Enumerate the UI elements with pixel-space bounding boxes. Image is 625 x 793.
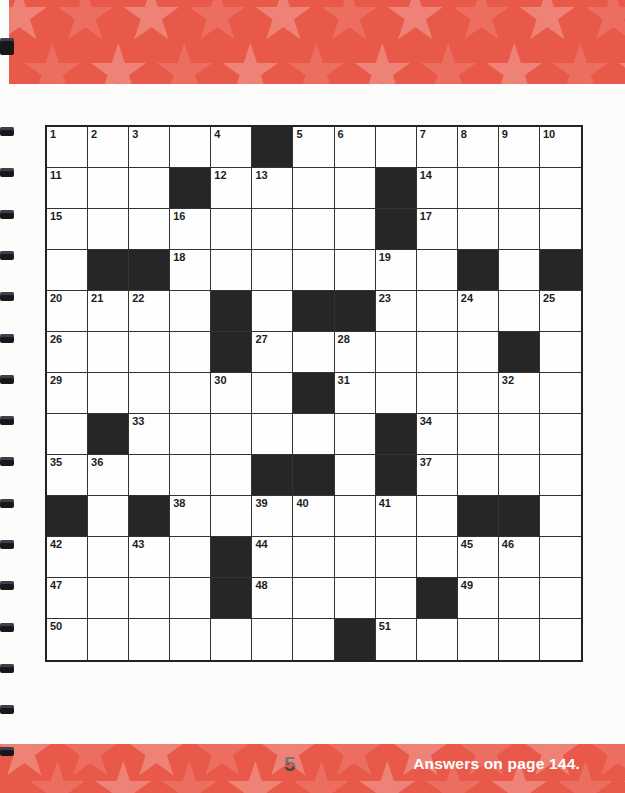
cell-number: 29 xyxy=(50,374,62,386)
cell-number: 30 xyxy=(214,374,226,386)
grid-cell[interactable] xyxy=(499,168,540,209)
grid-cell[interactable] xyxy=(129,578,170,619)
spiral-binding-mark xyxy=(0,334,14,343)
grid-cell[interactable]: 50 xyxy=(47,619,88,660)
grid-cell[interactable] xyxy=(458,619,499,660)
cell-number: 3 xyxy=(132,128,138,140)
grid-cell[interactable]: 30 xyxy=(211,373,252,414)
grid-cell[interactable]: 5 xyxy=(293,127,334,168)
grid-cell[interactable]: 43 xyxy=(129,537,170,578)
grid-cell[interactable] xyxy=(458,455,499,496)
grid-cell[interactable] xyxy=(293,168,334,209)
cell-number: 26 xyxy=(50,333,62,345)
cell-number: 25 xyxy=(543,292,555,304)
grid-cell[interactable]: 28 xyxy=(335,332,376,373)
grid-cell[interactable] xyxy=(293,537,334,578)
grid-cell[interactable] xyxy=(88,578,129,619)
cell-number: 38 xyxy=(173,497,185,509)
grid-cell[interactable] xyxy=(335,209,376,250)
grid-cell[interactable] xyxy=(170,127,211,168)
grid-cell-black xyxy=(293,373,334,414)
cell-number: 50 xyxy=(50,620,62,632)
grid-cell-black xyxy=(47,496,88,537)
spiral-binding-mark xyxy=(0,705,14,714)
grid-cell[interactable] xyxy=(88,619,129,660)
grid-cell[interactable] xyxy=(335,168,376,209)
grid-cell[interactable] xyxy=(499,414,540,455)
grid-cell[interactable] xyxy=(417,291,458,332)
cell-number: 8 xyxy=(461,128,467,140)
grid-cell[interactable] xyxy=(335,250,376,291)
cell-number: 5 xyxy=(296,128,302,140)
grid-cell[interactable] xyxy=(129,209,170,250)
grid-cell[interactable] xyxy=(293,414,334,455)
grid-cell[interactable] xyxy=(540,578,581,619)
cell-number: 12 xyxy=(214,169,226,181)
grid-cell[interactable] xyxy=(88,332,129,373)
grid-cell[interactable] xyxy=(211,250,252,291)
star-icon: ★ xyxy=(218,34,283,84)
grid-cell[interactable]: 33 xyxy=(129,414,170,455)
spiral-binding-mark xyxy=(0,416,14,425)
star-icon: ★ xyxy=(223,752,288,793)
grid-cell[interactable] xyxy=(252,291,293,332)
grid-cell[interactable]: 27 xyxy=(252,332,293,373)
grid-cell[interactable]: 45 xyxy=(458,537,499,578)
spiral-binding-mark xyxy=(0,38,14,55)
grid-cell[interactable] xyxy=(376,127,417,168)
grid-cell-black xyxy=(211,578,252,619)
grid-cell[interactable]: 8 xyxy=(458,127,499,168)
grid-cell-black xyxy=(499,332,540,373)
grid-cell-black xyxy=(211,332,252,373)
cell-number: 49 xyxy=(461,579,473,591)
grid-cell[interactable] xyxy=(170,332,211,373)
cell-number: 46 xyxy=(502,538,514,550)
grid-cell[interactable] xyxy=(47,414,88,455)
cell-number: 13 xyxy=(255,169,267,181)
grid-cell[interactable]: 48 xyxy=(252,578,293,619)
spiral-binding-mark xyxy=(0,457,14,466)
grid-cell[interactable] xyxy=(376,373,417,414)
grid-cell[interactable] xyxy=(417,496,458,537)
star-icon: ★ xyxy=(619,752,625,793)
grid-cell[interactable]: 6 xyxy=(335,127,376,168)
cell-number: 15 xyxy=(50,210,62,222)
grid-cell[interactable]: 23 xyxy=(376,291,417,332)
grid-cell[interactable]: 10 xyxy=(540,127,581,168)
grid-cell[interactable] xyxy=(170,619,211,660)
grid-cell[interactable] xyxy=(129,168,170,209)
grid-cell[interactable]: 20 xyxy=(47,291,88,332)
cell-number: 39 xyxy=(255,497,267,509)
grid-cell[interactable] xyxy=(335,537,376,578)
cell-number: 31 xyxy=(338,374,350,386)
grid-cell-black xyxy=(211,291,252,332)
spiral-binding-mark xyxy=(0,623,14,632)
cell-number: 37 xyxy=(420,456,432,468)
cell-number: 9 xyxy=(502,128,508,140)
star-icon: ★ xyxy=(355,752,420,793)
cell-number: 10 xyxy=(543,128,555,140)
grid-cell[interactable] xyxy=(417,332,458,373)
grid-cell[interactable]: 21 xyxy=(88,291,129,332)
grid-cell[interactable]: 1 xyxy=(47,127,88,168)
cell-number: 2 xyxy=(91,128,97,140)
grid-cell[interactable]: 2 xyxy=(88,127,129,168)
grid-cell[interactable]: 40 xyxy=(293,496,334,537)
grid-cell[interactable] xyxy=(129,332,170,373)
grid-cell[interactable] xyxy=(335,414,376,455)
grid-cell[interactable]: 13 xyxy=(252,168,293,209)
grid-cell[interactable] xyxy=(170,414,211,455)
grid-cell[interactable] xyxy=(458,168,499,209)
grid-cell[interactable]: 12 xyxy=(211,168,252,209)
cell-number: 33 xyxy=(132,415,144,427)
cell-number: 23 xyxy=(379,292,391,304)
cell-number: 40 xyxy=(296,497,308,509)
star-icon: ★ xyxy=(284,34,349,84)
grid-cell[interactable] xyxy=(376,332,417,373)
grid-cell[interactable] xyxy=(417,619,458,660)
grid-cell[interactable]: 39 xyxy=(252,496,293,537)
grid-cell[interactable] xyxy=(211,496,252,537)
spiral-binding-mark xyxy=(0,292,14,301)
grid-cell[interactable] xyxy=(499,209,540,250)
cell-number: 1 xyxy=(50,128,56,140)
grid-cell[interactable]: 29 xyxy=(47,373,88,414)
cell-number: 22 xyxy=(132,292,144,304)
spiral-binding-mark xyxy=(0,375,14,384)
star-icon: ★ xyxy=(421,752,486,793)
star-icon: ★ xyxy=(487,752,552,793)
grid-cell[interactable] xyxy=(335,455,376,496)
spiral-binding-mark xyxy=(0,127,14,136)
grid-cell[interactable] xyxy=(540,209,581,250)
grid-cell[interactable] xyxy=(129,373,170,414)
grid-cell[interactable] xyxy=(376,578,417,619)
star-icon: ★ xyxy=(350,34,415,84)
cell-number: 51 xyxy=(379,620,391,632)
grid-cell[interactable] xyxy=(499,619,540,660)
star-icon: ★ xyxy=(553,752,618,793)
star-icon: ★ xyxy=(86,34,151,84)
grid-cell[interactable] xyxy=(540,537,581,578)
grid-cell[interactable] xyxy=(293,332,334,373)
grid-cell[interactable] xyxy=(293,209,334,250)
cell-number: 24 xyxy=(461,292,473,304)
grid-cell[interactable] xyxy=(88,209,129,250)
cell-number: 6 xyxy=(338,128,344,140)
star-icon: ★ xyxy=(289,752,354,793)
top-band: ★★★★★★★★★★★★★★★★★★★★★ xyxy=(9,0,625,84)
grid-cell[interactable] xyxy=(458,414,499,455)
grid-cell[interactable] xyxy=(211,414,252,455)
spiral-binding-mark xyxy=(0,664,14,673)
grid-cell[interactable]: 24 xyxy=(458,291,499,332)
grid-cell[interactable] xyxy=(540,496,581,537)
grid-cell-black xyxy=(88,250,129,291)
grid-cell[interactable] xyxy=(458,373,499,414)
star-icon: ★ xyxy=(91,752,156,793)
star-icon: ★ xyxy=(152,34,217,84)
grid-cell-black xyxy=(376,168,417,209)
grid-cell-black xyxy=(293,455,334,496)
grid-cell[interactable]: 44 xyxy=(252,537,293,578)
grid-cell[interactable]: 34 xyxy=(417,414,458,455)
grid-cell[interactable] xyxy=(88,496,129,537)
grid-cell[interactable] xyxy=(170,291,211,332)
grid-cell[interactable]: 3 xyxy=(129,127,170,168)
grid-cell[interactable] xyxy=(540,373,581,414)
spiral-binding-mark xyxy=(0,499,14,508)
grid-cell[interactable] xyxy=(211,619,252,660)
grid-cell-black xyxy=(540,250,581,291)
cell-number: 4 xyxy=(214,128,220,140)
grid-cell[interactable] xyxy=(293,578,334,619)
grid-cell[interactable] xyxy=(47,250,88,291)
grid-cell[interactable] xyxy=(293,619,334,660)
grid-cell[interactable]: 38 xyxy=(170,496,211,537)
star-icon: ★ xyxy=(20,34,85,84)
grid-cell-black xyxy=(129,250,170,291)
bottom-band: 5 Answers on page 144. ★★★★★★★★★★★★★★★★★… xyxy=(0,744,625,793)
grid-cell[interactable] xyxy=(252,414,293,455)
star-icon: ★ xyxy=(482,34,547,84)
cell-number: 48 xyxy=(255,579,267,591)
grid-cell[interactable] xyxy=(129,455,170,496)
spiral-binding-mark xyxy=(0,168,14,177)
cell-number: 11 xyxy=(50,169,62,181)
grid-cell-black xyxy=(211,537,252,578)
grid-cell[interactable] xyxy=(540,414,581,455)
grid-cell-black xyxy=(88,414,129,455)
grid-cell-black xyxy=(129,496,170,537)
grid-cell-black xyxy=(376,209,417,250)
grid-cell[interactable]: 14 xyxy=(417,168,458,209)
grid-cell-black xyxy=(335,291,376,332)
grid-cell-black xyxy=(376,455,417,496)
grid-cell[interactable]: 16 xyxy=(170,209,211,250)
grid-cell[interactable]: 31 xyxy=(335,373,376,414)
grid-cell[interactable]: 26 xyxy=(47,332,88,373)
grid-cell[interactable] xyxy=(88,373,129,414)
grid-cell[interactable]: 41 xyxy=(376,496,417,537)
grid-cell-black xyxy=(252,127,293,168)
star-icon: ★ xyxy=(25,752,90,793)
grid-cell[interactable] xyxy=(499,455,540,496)
grid-cell[interactable] xyxy=(376,537,417,578)
star-icon: ★ xyxy=(548,34,613,84)
grid-cell[interactable] xyxy=(540,455,581,496)
grid-cell[interactable] xyxy=(458,209,499,250)
grid-cell[interactable]: 4 xyxy=(211,127,252,168)
grid-cell[interactable] xyxy=(252,619,293,660)
cell-number: 44 xyxy=(255,538,267,550)
cell-number: 42 xyxy=(50,538,62,550)
grid-cell[interactable] xyxy=(252,373,293,414)
spiral-binding-mark xyxy=(0,540,14,549)
grid-cell-black xyxy=(499,496,540,537)
grid-cell[interactable] xyxy=(417,250,458,291)
spiral-binding-mark xyxy=(0,210,14,219)
grid-cell[interactable] xyxy=(417,537,458,578)
grid-cell[interactable] xyxy=(540,332,581,373)
grid-cell[interactable] xyxy=(129,619,170,660)
grid-cell[interactable]: 15 xyxy=(47,209,88,250)
grid-cell[interactable] xyxy=(170,537,211,578)
grid-cell-black xyxy=(458,496,499,537)
grid-cell[interactable] xyxy=(88,537,129,578)
grid-cell[interactable]: 9 xyxy=(499,127,540,168)
grid-cell[interactable] xyxy=(293,250,334,291)
cell-number: 14 xyxy=(420,169,432,181)
grid-cell-black xyxy=(293,291,334,332)
cell-number: 28 xyxy=(338,333,350,345)
cell-number: 36 xyxy=(91,456,103,468)
grid-cell[interactable]: 7 xyxy=(417,127,458,168)
spiral-binding-mark xyxy=(0,581,14,590)
grid-cell[interactable] xyxy=(252,209,293,250)
grid-cell[interactable] xyxy=(252,250,293,291)
grid-cell[interactable] xyxy=(335,496,376,537)
crossword-grid: 1234567891011121314151617181920212223242… xyxy=(45,125,583,662)
grid-cell[interactable]: 32 xyxy=(499,373,540,414)
star-icon: ★ xyxy=(157,752,222,793)
cell-number: 35 xyxy=(50,456,62,468)
grid-cell[interactable]: 17 xyxy=(417,209,458,250)
grid-cell[interactable]: 22 xyxy=(129,291,170,332)
cell-number: 19 xyxy=(379,251,391,263)
grid-cell[interactable]: 35 xyxy=(47,455,88,496)
grid-cell-black xyxy=(335,619,376,660)
grid-cell[interactable] xyxy=(458,332,499,373)
grid-cell[interactable] xyxy=(211,209,252,250)
cell-number: 43 xyxy=(132,538,144,550)
spiral-binding-mark xyxy=(0,747,14,756)
cell-number: 41 xyxy=(379,497,391,509)
grid-cell[interactable]: 36 xyxy=(88,455,129,496)
grid-cell[interactable]: 51 xyxy=(376,619,417,660)
grid-cell[interactable] xyxy=(170,578,211,619)
grid-cell[interactable] xyxy=(417,373,458,414)
cell-number: 16 xyxy=(173,210,185,222)
grid-cell[interactable] xyxy=(499,578,540,619)
grid-cell[interactable]: 49 xyxy=(458,578,499,619)
grid-cell[interactable] xyxy=(540,168,581,209)
grid-cell-black xyxy=(417,578,458,619)
grid-cell[interactable] xyxy=(211,455,252,496)
grid-cell[interactable]: 37 xyxy=(417,455,458,496)
grid-cell-black xyxy=(458,250,499,291)
grid-cell[interactable]: 47 xyxy=(47,578,88,619)
grid-cell-black xyxy=(170,168,211,209)
cell-number: 21 xyxy=(91,292,103,304)
star-icon: ★ xyxy=(416,34,481,84)
cell-number: 32 xyxy=(502,374,514,386)
star-icon: ★ xyxy=(614,34,625,84)
grid-cell[interactable]: 25 xyxy=(540,291,581,332)
grid-cell-black xyxy=(252,455,293,496)
grid-cell[interactable] xyxy=(335,578,376,619)
cell-number: 34 xyxy=(420,415,432,427)
grid-cell[interactable]: 19 xyxy=(376,250,417,291)
grid-cell[interactable]: 42 xyxy=(47,537,88,578)
grid-cell[interactable]: 11 xyxy=(47,168,88,209)
grid-cell[interactable] xyxy=(499,250,540,291)
cell-number: 17 xyxy=(420,210,432,222)
grid-cell[interactable]: 46 xyxy=(499,537,540,578)
grid-cell[interactable] xyxy=(170,455,211,496)
grid-cell[interactable] xyxy=(88,168,129,209)
grid-cell[interactable]: 18 xyxy=(170,250,211,291)
cell-number: 27 xyxy=(255,333,267,345)
grid-cell[interactable] xyxy=(540,619,581,660)
grid-cell-black xyxy=(376,414,417,455)
grid-cell[interactable] xyxy=(499,291,540,332)
cell-number: 47 xyxy=(50,579,62,591)
cell-number: 45 xyxy=(461,538,473,550)
cell-number: 20 xyxy=(50,292,62,304)
cell-number: 18 xyxy=(173,251,185,263)
grid-cell[interactable] xyxy=(170,373,211,414)
spiral-binding-mark xyxy=(0,251,14,260)
cell-number: 7 xyxy=(420,128,426,140)
